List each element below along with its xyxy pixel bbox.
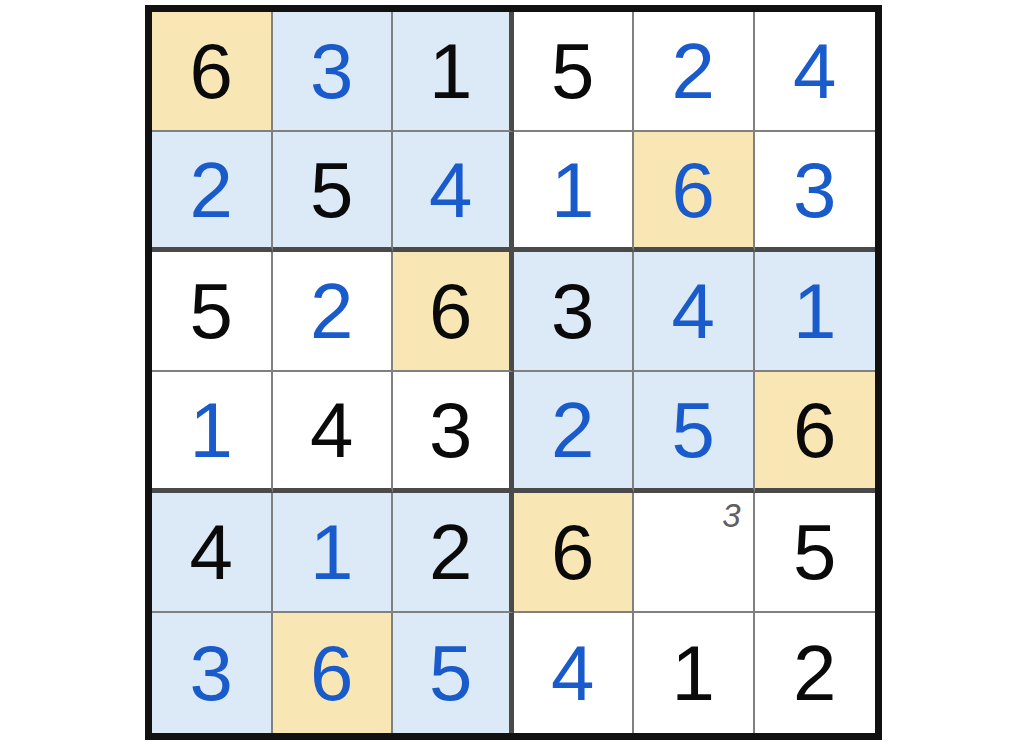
pencil-mark: 3	[722, 499, 740, 532]
cell-r3-c5[interactable]: 4	[634, 252, 755, 372]
cell-r6-c6[interactable]: 2	[755, 613, 876, 733]
page: 631524254163526341143256412635365412	[0, 0, 1024, 753]
cell-r2-c3[interactable]: 4	[393, 132, 514, 252]
cell-r4-c1[interactable]: 1	[152, 372, 273, 492]
cell-r1-c2[interactable]: 3	[273, 12, 394, 132]
cell-r1-c3[interactable]: 1	[393, 12, 514, 132]
cell-r6-c3[interactable]: 5	[393, 613, 514, 733]
cell-r6-c2[interactable]: 6	[273, 613, 394, 733]
cell-r5-c3[interactable]: 2	[393, 493, 514, 613]
cell-r5-c2[interactable]: 1	[273, 493, 394, 613]
cell-r6-c1[interactable]: 3	[152, 613, 273, 733]
cell-r2-c5[interactable]: 6	[634, 132, 755, 252]
sudoku-board: 631524254163526341143256412635365412	[145, 5, 882, 740]
cell-r4-c3[interactable]: 3	[393, 372, 514, 492]
cell-r2-c4[interactable]: 1	[514, 132, 635, 252]
cell-r2-c1[interactable]: 2	[152, 132, 273, 252]
cell-r4-c6[interactable]: 6	[755, 372, 876, 492]
cell-r4-c5[interactable]: 5	[634, 372, 755, 492]
cell-r3-c4[interactable]: 3	[514, 252, 635, 372]
cell-r5-c4[interactable]: 6	[514, 493, 635, 613]
cell-r1-c1[interactable]: 6	[152, 12, 273, 132]
cell-r1-c5[interactable]: 2	[634, 12, 755, 132]
cell-r4-c4[interactable]: 2	[514, 372, 635, 492]
cell-r6-c5[interactable]: 1	[634, 613, 755, 733]
cell-r3-c3[interactable]: 6	[393, 252, 514, 372]
cell-r1-c6[interactable]: 4	[755, 12, 876, 132]
cell-r5-c5[interactable]: 3	[634, 493, 755, 613]
cell-r2-c2[interactable]: 5	[273, 132, 394, 252]
cell-r3-c1[interactable]: 5	[152, 252, 273, 372]
cell-r3-c6[interactable]: 1	[755, 252, 876, 372]
cell-r4-c2[interactable]: 4	[273, 372, 394, 492]
cell-r2-c6[interactable]: 3	[755, 132, 876, 252]
cell-r6-c4[interactable]: 4	[514, 613, 635, 733]
cell-r5-c1[interactable]: 4	[152, 493, 273, 613]
cell-r5-c6[interactable]: 5	[755, 493, 876, 613]
cell-r1-c4[interactable]: 5	[514, 12, 635, 132]
cell-r3-c2[interactable]: 2	[273, 252, 394, 372]
